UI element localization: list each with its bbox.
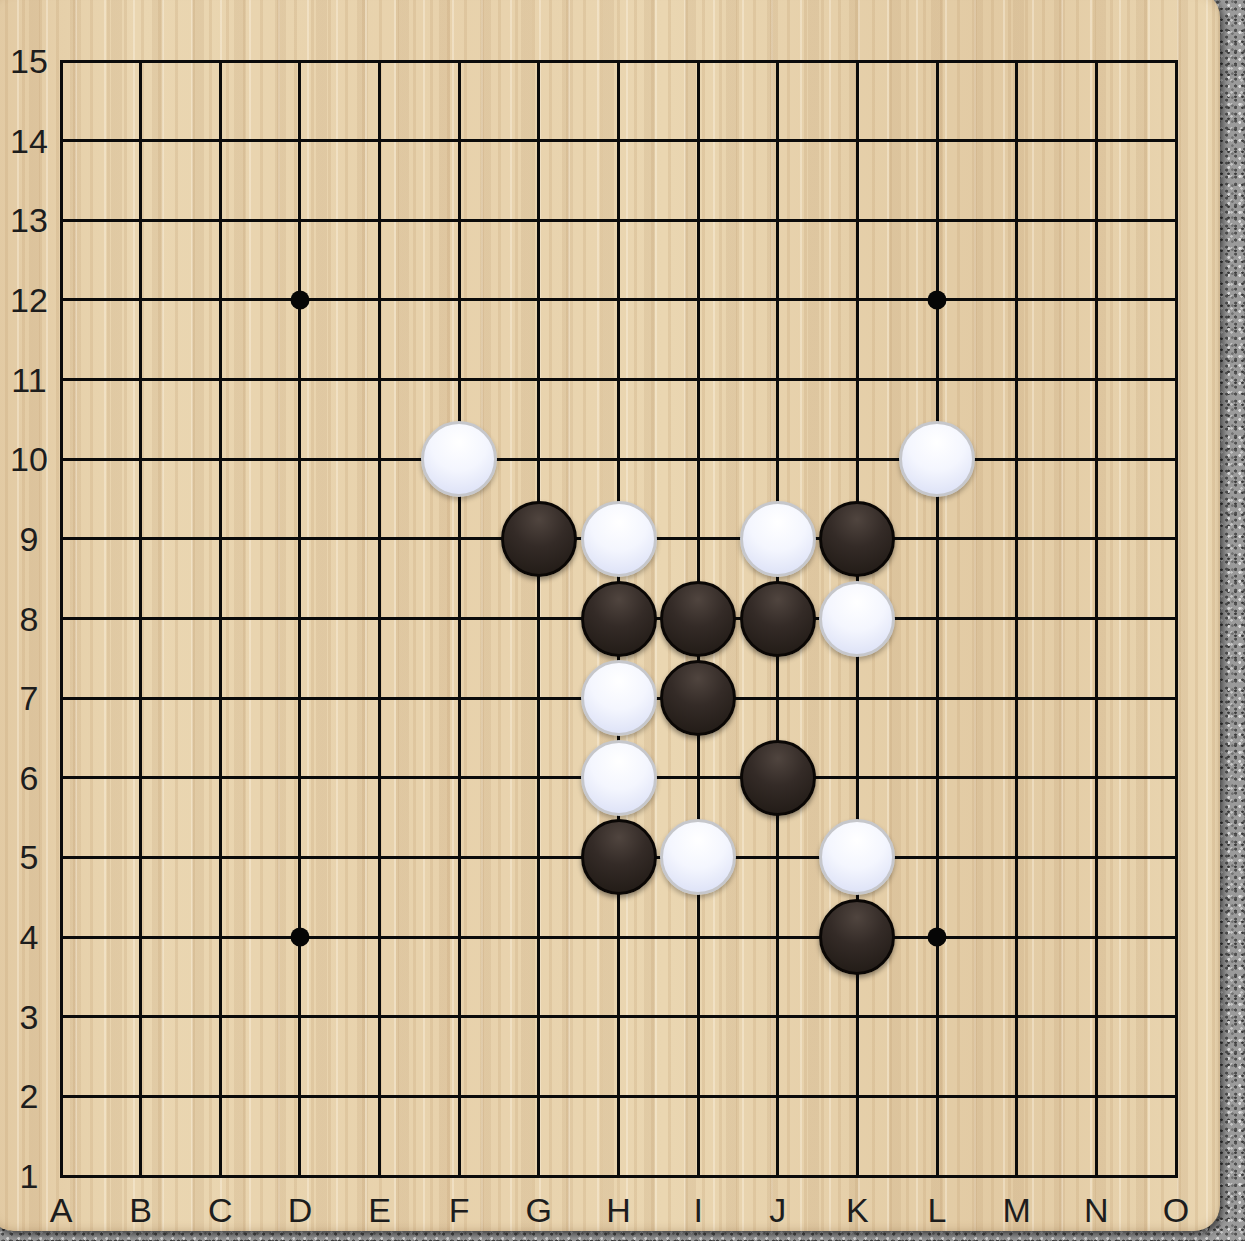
star-point-L12	[928, 290, 947, 309]
white-stone-L10[interactable]	[899, 421, 975, 497]
col-label-M: M	[1003, 1191, 1031, 1230]
white-stone-H6[interactable]	[581, 740, 657, 816]
grid-hline-4	[60, 936, 1178, 939]
star-point-D12	[290, 290, 309, 309]
grid-vline-N	[1095, 60, 1098, 1178]
col-label-F: F	[449, 1191, 470, 1230]
col-label-G: G	[526, 1191, 552, 1230]
black-stone-I8[interactable]	[660, 581, 736, 657]
black-stone-J6[interactable]	[740, 740, 816, 816]
col-label-H: H	[606, 1191, 631, 1230]
col-label-O: O	[1163, 1191, 1189, 1230]
white-stone-H7[interactable]	[581, 660, 657, 736]
white-stone-H9[interactable]	[581, 501, 657, 577]
row-label-15: 15	[10, 42, 48, 81]
col-label-C: C	[208, 1191, 233, 1230]
white-stone-I5[interactable]	[660, 819, 736, 895]
grid-hline-3	[60, 1015, 1178, 1018]
black-stone-K4[interactable]	[819, 899, 895, 975]
row-label-10: 10	[10, 440, 48, 479]
board-grid: 151413121110987654321ABCDEFGHIJKLMNO	[0, 0, 1245, 1241]
white-stone-J9[interactable]	[740, 501, 816, 577]
star-point-D4	[290, 928, 309, 947]
black-stone-H8[interactable]	[581, 581, 657, 657]
row-label-6: 6	[20, 758, 39, 797]
row-label-11: 11	[11, 360, 46, 399]
row-label-8: 8	[20, 599, 39, 638]
star-point-L4	[928, 928, 947, 947]
row-label-2: 2	[20, 1077, 39, 1116]
row-label-14: 14	[10, 121, 48, 160]
gomoku-app: 151413121110987654321ABCDEFGHIJKLMNO	[0, 0, 1245, 1241]
grid-hline-2	[60, 1095, 1178, 1098]
col-label-A: A	[50, 1191, 73, 1230]
row-label-7: 7	[20, 679, 39, 718]
black-stone-G9[interactable]	[501, 501, 577, 577]
row-label-13: 13	[10, 201, 48, 240]
row-label-3: 3	[20, 997, 39, 1036]
col-label-J: J	[769, 1191, 786, 1230]
row-label-4: 4	[20, 918, 39, 957]
col-label-I: I	[693, 1191, 702, 1230]
col-label-N: N	[1084, 1191, 1109, 1230]
col-label-E: E	[368, 1191, 391, 1230]
grid-vline-L	[936, 60, 939, 1178]
black-stone-H5[interactable]	[581, 819, 657, 895]
grid-hline-1	[60, 1175, 1178, 1178]
row-label-5: 5	[20, 838, 39, 877]
white-stone-F10[interactable]	[421, 421, 497, 497]
white-stone-K5[interactable]	[819, 819, 895, 895]
grid-vline-M	[1015, 60, 1018, 1178]
col-label-K: K	[846, 1191, 869, 1230]
row-label-9: 9	[20, 519, 39, 558]
black-stone-I7[interactable]	[660, 660, 736, 736]
col-label-L: L	[928, 1191, 947, 1230]
black-stone-K9[interactable]	[819, 501, 895, 577]
col-label-B: B	[129, 1191, 152, 1230]
row-label-12: 12	[10, 280, 48, 319]
row-label-1: 1	[20, 1157, 39, 1196]
white-stone-K8[interactable]	[819, 581, 895, 657]
grid-vline-O	[1175, 60, 1178, 1178]
col-label-D: D	[288, 1191, 313, 1230]
black-stone-J8[interactable]	[740, 581, 816, 657]
